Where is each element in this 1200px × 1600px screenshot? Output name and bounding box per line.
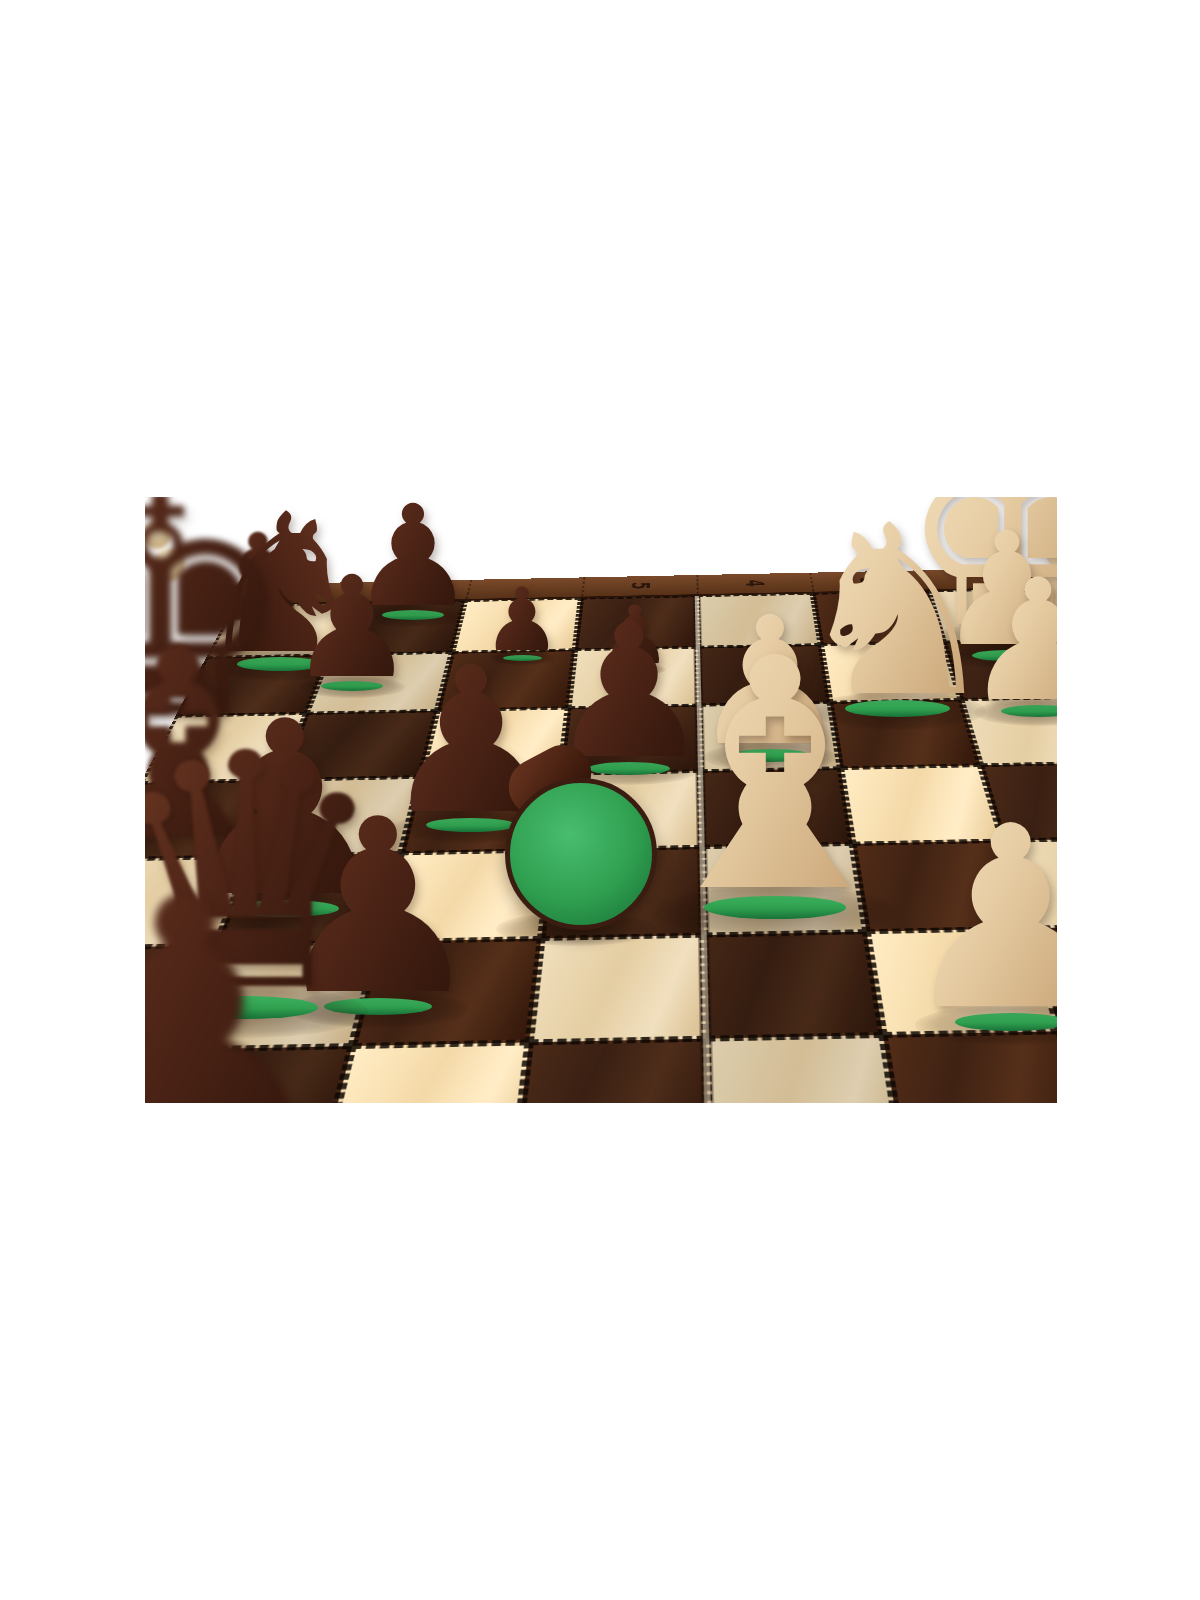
felt-base xyxy=(237,657,323,671)
board-coordinate-label: 4 xyxy=(740,580,769,588)
fallen-dark-pawn-felt-base xyxy=(505,778,657,930)
board-border-cell: 4 xyxy=(696,573,812,595)
board-square-light xyxy=(251,777,421,856)
board-square-dark xyxy=(515,1039,709,1103)
board-square-light xyxy=(568,647,699,708)
page: 543 x ♞♟♟♟♟♟♟♟♟♟♛♝♚♟♟♝♞♟♚♟♟♟ xyxy=(0,0,1200,1600)
board-border-cell xyxy=(234,582,357,604)
board-square-light xyxy=(529,935,706,1042)
board-square-light xyxy=(321,1042,529,1103)
piece-shadow xyxy=(212,620,304,639)
board-border-cell xyxy=(466,577,584,599)
felt-base xyxy=(173,996,318,1019)
felt-base xyxy=(955,1013,1057,1031)
felt-base xyxy=(845,700,950,717)
board-square-dark xyxy=(145,1046,352,1103)
board-square-light xyxy=(706,1035,903,1103)
felt-base xyxy=(382,610,445,620)
board-coordinate-label: 3 xyxy=(854,577,884,585)
felt-base xyxy=(588,762,671,775)
felt-base xyxy=(731,749,810,762)
board-border-cell xyxy=(922,568,1043,589)
board-square-dark xyxy=(700,768,852,847)
felt-base xyxy=(231,900,339,917)
board-square-dark xyxy=(698,645,830,706)
felt-base xyxy=(426,818,516,832)
felt-base xyxy=(321,681,384,691)
felt-base xyxy=(503,655,542,661)
board-border-cell: 3 xyxy=(809,570,928,591)
board-square-dark xyxy=(280,711,437,780)
board-border-cell xyxy=(350,580,470,602)
piece-shadow xyxy=(604,663,665,676)
board-square-light xyxy=(697,593,821,647)
board-square-dark xyxy=(575,596,698,650)
board-square-light xyxy=(452,598,581,652)
board-coordinate-label: 5 xyxy=(626,582,655,590)
board-coordinate-left: x xyxy=(193,601,211,611)
felt-base xyxy=(704,896,847,919)
background-light-knob xyxy=(153,549,185,581)
chess-set-photo: 543 x ♞♟♟♟♟♟♟♟♟♟♛♝♚♟♟♝♞♟♚♟♟♟ xyxy=(145,497,1057,1103)
board-border-cell: 5 xyxy=(581,575,697,597)
board-square-light xyxy=(840,765,1003,844)
felt-base xyxy=(972,650,1042,661)
board-square-dark xyxy=(704,932,883,1039)
